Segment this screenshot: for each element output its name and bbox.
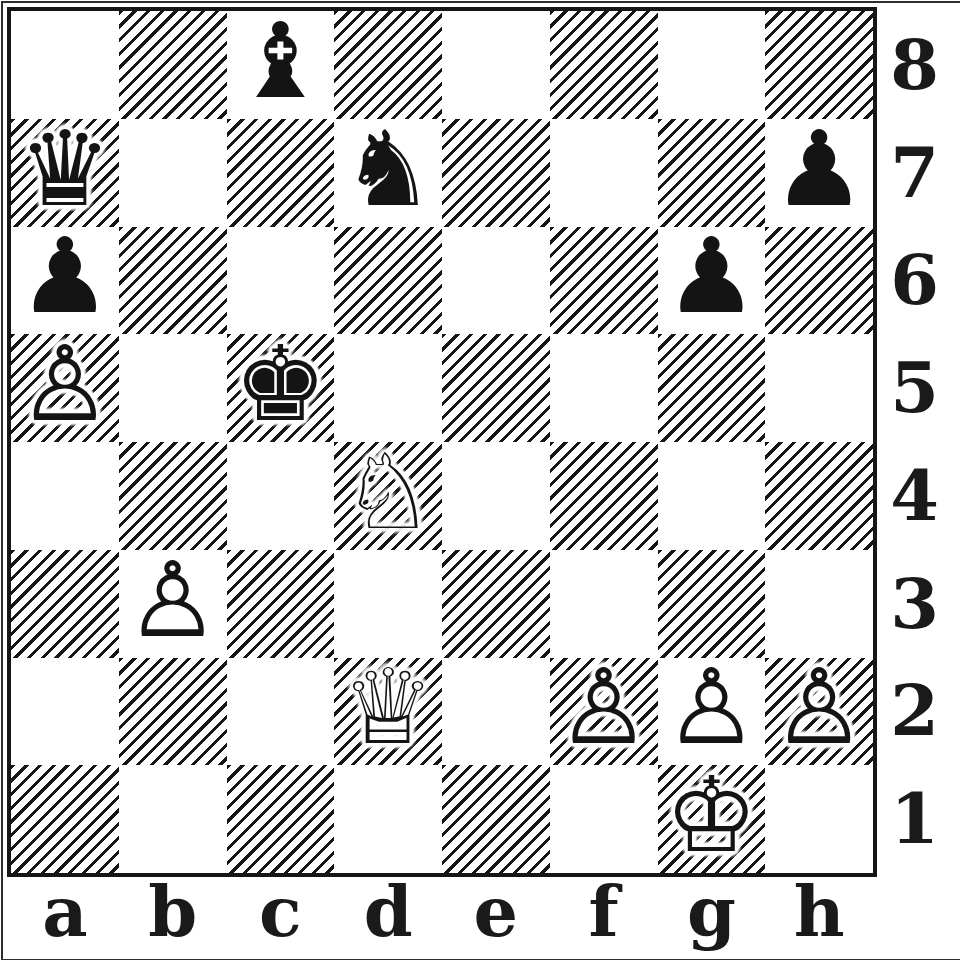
square-g3[interactable] xyxy=(658,550,766,658)
piece-white-pawn[interactable]: ♙ xyxy=(557,655,650,759)
file-label-h: h xyxy=(765,873,873,957)
square-e6[interactable] xyxy=(442,227,550,335)
square-d1[interactable] xyxy=(334,765,442,873)
square-e4[interactable] xyxy=(442,442,550,550)
square-g1[interactable]: ♔ xyxy=(658,765,766,873)
square-h4[interactable] xyxy=(765,442,873,550)
square-c6[interactable] xyxy=(227,227,335,335)
rank-label-8: 8 xyxy=(877,11,960,119)
square-a2[interactable] xyxy=(11,658,119,766)
piece-black-pawn[interactable]: ♟ xyxy=(665,224,758,328)
file-label-f: f xyxy=(550,873,658,957)
square-a1[interactable] xyxy=(11,765,119,873)
square-d5[interactable] xyxy=(334,334,442,442)
piece-white-pawn[interactable]: ♙ xyxy=(18,332,111,436)
square-f6[interactable] xyxy=(550,227,658,335)
square-h3[interactable] xyxy=(765,550,873,658)
square-c1[interactable] xyxy=(227,765,335,873)
square-f7[interactable] xyxy=(550,119,658,227)
square-g5[interactable] xyxy=(658,334,766,442)
square-e5[interactable] xyxy=(442,334,550,442)
square-d4[interactable]: ♘ xyxy=(334,442,442,550)
piece-black-pawn[interactable]: ♟ xyxy=(18,224,111,328)
rank-label-4: 4 xyxy=(877,442,960,550)
square-b3[interactable]: ♙ xyxy=(119,550,227,658)
square-b4[interactable] xyxy=(119,442,227,550)
piece-black-knight[interactable]: ♞ xyxy=(342,117,435,221)
square-c8[interactable]: ♝ xyxy=(227,11,335,119)
file-label-c: c xyxy=(227,873,335,957)
square-h7[interactable]: ♟ xyxy=(765,119,873,227)
chess-board: ♝♛♞♟♟♟♙♚♘♙♕♙♙♙♔ xyxy=(7,7,877,877)
square-f5[interactable] xyxy=(550,334,658,442)
piece-white-queen[interactable]: ♕ xyxy=(342,655,435,759)
rank-label-6: 6 xyxy=(877,227,960,335)
square-h6[interactable] xyxy=(765,227,873,335)
square-c2[interactable] xyxy=(227,658,335,766)
rank-label-2: 2 xyxy=(877,658,960,766)
file-label-g: g xyxy=(658,873,766,957)
square-b7[interactable] xyxy=(119,119,227,227)
square-b8[interactable] xyxy=(119,11,227,119)
file-labels: abcdefgh xyxy=(11,873,873,957)
piece-white-pawn[interactable]: ♙ xyxy=(126,548,219,652)
piece-white-pawn[interactable]: ♙ xyxy=(665,655,758,759)
square-c7[interactable] xyxy=(227,119,335,227)
square-h2[interactable]: ♙ xyxy=(765,658,873,766)
square-a6[interactable]: ♟ xyxy=(11,227,119,335)
square-g7[interactable] xyxy=(658,119,766,227)
piece-black-king[interactable]: ♚ xyxy=(234,332,327,436)
rank-label-1: 1 xyxy=(877,765,960,873)
square-f3[interactable] xyxy=(550,550,658,658)
file-label-b: b xyxy=(119,873,227,957)
piece-black-queen[interactable]: ♛ xyxy=(18,117,111,221)
chess-diagram: ♝♛♞♟♟♟♙♚♘♙♕♙♙♙♔ 87654321 abcdefgh xyxy=(0,0,960,960)
rank-labels: 87654321 xyxy=(877,11,960,873)
square-a8[interactable] xyxy=(11,11,119,119)
square-e3[interactable] xyxy=(442,550,550,658)
rank-label-7: 7 xyxy=(877,119,960,227)
square-e2[interactable] xyxy=(442,658,550,766)
square-d7[interactable]: ♞ xyxy=(334,119,442,227)
square-a5[interactable]: ♙ xyxy=(11,334,119,442)
square-f8[interactable] xyxy=(550,11,658,119)
square-c5[interactable]: ♚ xyxy=(227,334,335,442)
square-a4[interactable] xyxy=(11,442,119,550)
square-d6[interactable] xyxy=(334,227,442,335)
square-f2[interactable]: ♙ xyxy=(550,658,658,766)
square-f4[interactable] xyxy=(550,442,658,550)
square-d8[interactable] xyxy=(334,11,442,119)
piece-black-pawn[interactable]: ♟ xyxy=(773,117,866,221)
piece-white-king[interactable]: ♔ xyxy=(665,763,758,867)
square-h8[interactable] xyxy=(765,11,873,119)
rank-label-5: 5 xyxy=(877,334,960,442)
square-g6[interactable]: ♟ xyxy=(658,227,766,335)
square-b5[interactable] xyxy=(119,334,227,442)
square-e1[interactable] xyxy=(442,765,550,873)
square-a7[interactable]: ♛ xyxy=(11,119,119,227)
square-a3[interactable] xyxy=(11,550,119,658)
square-g4[interactable] xyxy=(658,442,766,550)
square-b6[interactable] xyxy=(119,227,227,335)
piece-white-pawn[interactable]: ♙ xyxy=(773,655,866,759)
square-e7[interactable] xyxy=(442,119,550,227)
square-g2[interactable]: ♙ xyxy=(658,658,766,766)
square-d3[interactable] xyxy=(334,550,442,658)
square-e8[interactable] xyxy=(442,11,550,119)
file-label-a: a xyxy=(11,873,119,957)
square-f1[interactable] xyxy=(550,765,658,873)
square-b2[interactable] xyxy=(119,658,227,766)
file-label-e: e xyxy=(442,873,550,957)
square-g8[interactable] xyxy=(658,11,766,119)
piece-white-knight[interactable]: ♘ xyxy=(342,440,435,544)
square-b1[interactable] xyxy=(119,765,227,873)
rank-label-3: 3 xyxy=(877,550,960,658)
square-c3[interactable] xyxy=(227,550,335,658)
square-h1[interactable] xyxy=(765,765,873,873)
square-h5[interactable] xyxy=(765,334,873,442)
square-c4[interactable] xyxy=(227,442,335,550)
file-label-d: d xyxy=(334,873,442,957)
piece-black-bishop[interactable]: ♝ xyxy=(234,9,327,113)
square-d2[interactable]: ♕ xyxy=(334,658,442,766)
